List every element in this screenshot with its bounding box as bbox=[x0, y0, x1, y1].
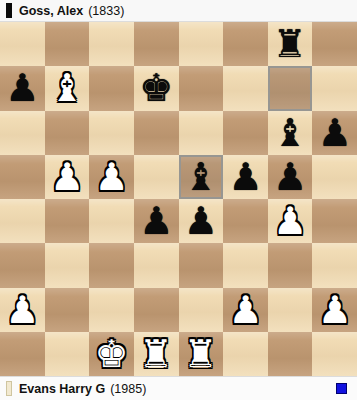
square-b6[interactable] bbox=[45, 111, 90, 155]
square-g7[interactable] bbox=[268, 66, 313, 110]
square-c8[interactable] bbox=[89, 22, 134, 66]
square-a2[interactable]: ♟ bbox=[0, 288, 45, 332]
square-d6[interactable] bbox=[134, 111, 179, 155]
square-g3[interactable] bbox=[268, 243, 313, 287]
square-c6[interactable] bbox=[89, 111, 134, 155]
square-a5[interactable] bbox=[0, 155, 45, 199]
piece-white-pawn: ♟ bbox=[95, 155, 129, 199]
square-b5[interactable]: ♟ bbox=[45, 155, 90, 199]
square-d8[interactable] bbox=[134, 22, 179, 66]
square-e4[interactable]: ♟ bbox=[179, 199, 224, 243]
square-f7[interactable] bbox=[223, 66, 268, 110]
piece-white-pawn: ♟ bbox=[228, 288, 262, 332]
black-player-name: Goss, Alex bbox=[19, 4, 83, 18]
square-c4[interactable] bbox=[89, 199, 134, 243]
white-player-name: Evans Harry G bbox=[19, 382, 105, 396]
square-d1[interactable]: ♜ bbox=[134, 332, 179, 376]
square-c2[interactable] bbox=[89, 288, 134, 332]
square-h2[interactable]: ♟ bbox=[312, 288, 357, 332]
square-h1[interactable] bbox=[312, 332, 357, 376]
square-a1[interactable] bbox=[0, 332, 45, 376]
square-g5[interactable]: ♟ bbox=[268, 155, 313, 199]
square-d7[interactable]: ♚ bbox=[134, 66, 179, 110]
square-h8[interactable] bbox=[312, 22, 357, 66]
piece-white-pawn: ♟ bbox=[5, 288, 39, 332]
square-f5[interactable]: ♟ bbox=[223, 155, 268, 199]
square-c7[interactable] bbox=[89, 66, 134, 110]
piece-white-bishop: ♝ bbox=[50, 66, 84, 110]
square-f3[interactable] bbox=[223, 243, 268, 287]
square-g8[interactable]: ♜ bbox=[268, 22, 313, 66]
square-g2[interactable] bbox=[268, 288, 313, 332]
black-player-rating: (1833) bbox=[88, 4, 124, 18]
piece-black-pawn: ♟ bbox=[273, 155, 307, 199]
square-c3[interactable] bbox=[89, 243, 134, 287]
square-c5[interactable]: ♟ bbox=[89, 155, 134, 199]
square-f1[interactable] bbox=[223, 332, 268, 376]
square-g6[interactable]: ♝ bbox=[268, 111, 313, 155]
piece-white-pawn: ♟ bbox=[273, 199, 307, 243]
square-a6[interactable] bbox=[0, 111, 45, 155]
side-to-move-indicator-icon bbox=[336, 383, 347, 394]
square-e1[interactable]: ♜ bbox=[179, 332, 224, 376]
piece-black-pawn: ♟ bbox=[228, 155, 262, 199]
square-g1[interactable] bbox=[268, 332, 313, 376]
piece-white-king: ♚ bbox=[95, 332, 129, 376]
white-player-bar: Evans Harry G (1985) bbox=[0, 376, 357, 400]
square-a4[interactable] bbox=[0, 199, 45, 243]
chess-board: ♜♟♝♚♝♟♟♟♝♟♟♟♟♟♟♟♟♚♜♜ bbox=[0, 22, 357, 376]
piece-white-rook: ♜ bbox=[184, 332, 218, 376]
square-e6[interactable] bbox=[179, 111, 224, 155]
square-h7[interactable] bbox=[312, 66, 357, 110]
piece-black-bishop: ♝ bbox=[184, 155, 218, 199]
chess-diagram: Goss, Alex (1833) ♜♟♝♚♝♟♟♟♝♟♟♟♟♟♟♟♟♚♜♜ E… bbox=[0, 0, 357, 400]
piece-black-pawn: ♟ bbox=[5, 66, 39, 110]
black-player-bar: Goss, Alex (1833) bbox=[0, 0, 357, 22]
square-b8[interactable] bbox=[45, 22, 90, 66]
square-h6[interactable]: ♟ bbox=[312, 111, 357, 155]
piece-black-pawn: ♟ bbox=[318, 111, 352, 155]
piece-white-pawn: ♟ bbox=[50, 155, 84, 199]
square-e3[interactable] bbox=[179, 243, 224, 287]
square-f8[interactable] bbox=[223, 22, 268, 66]
square-e7[interactable] bbox=[179, 66, 224, 110]
black-player-color-icon bbox=[6, 3, 12, 18]
square-d5[interactable] bbox=[134, 155, 179, 199]
square-a3[interactable] bbox=[0, 243, 45, 287]
square-c1[interactable]: ♚ bbox=[89, 332, 134, 376]
square-e5[interactable]: ♝ bbox=[179, 155, 224, 199]
piece-black-pawn: ♟ bbox=[139, 199, 173, 243]
square-b4[interactable] bbox=[45, 199, 90, 243]
white-player-color-icon bbox=[6, 381, 12, 396]
square-h5[interactable] bbox=[312, 155, 357, 199]
square-h3[interactable] bbox=[312, 243, 357, 287]
piece-black-rook: ♜ bbox=[273, 22, 307, 66]
white-player-rating: (1985) bbox=[110, 382, 146, 396]
square-f6[interactable] bbox=[223, 111, 268, 155]
piece-black-bishop: ♝ bbox=[273, 111, 307, 155]
piece-black-king: ♚ bbox=[139, 66, 173, 110]
piece-black-pawn: ♟ bbox=[184, 199, 218, 243]
piece-white-rook: ♜ bbox=[139, 332, 173, 376]
square-b7[interactable]: ♝ bbox=[45, 66, 90, 110]
square-d4[interactable]: ♟ bbox=[134, 199, 179, 243]
square-b2[interactable] bbox=[45, 288, 90, 332]
square-h4[interactable] bbox=[312, 199, 357, 243]
square-a7[interactable]: ♟ bbox=[0, 66, 45, 110]
square-b3[interactable] bbox=[45, 243, 90, 287]
square-f2[interactable]: ♟ bbox=[223, 288, 268, 332]
square-f4[interactable] bbox=[223, 199, 268, 243]
square-b1[interactable] bbox=[45, 332, 90, 376]
square-a8[interactable] bbox=[0, 22, 45, 66]
square-d2[interactable] bbox=[134, 288, 179, 332]
square-d3[interactable] bbox=[134, 243, 179, 287]
square-g4[interactable]: ♟ bbox=[268, 199, 313, 243]
square-e8[interactable] bbox=[179, 22, 224, 66]
square-e2[interactable] bbox=[179, 288, 224, 332]
piece-white-pawn: ♟ bbox=[318, 288, 352, 332]
